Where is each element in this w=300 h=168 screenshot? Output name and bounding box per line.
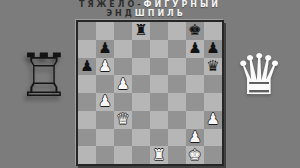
square-d1[interactable]: [132, 146, 150, 164]
square-a8[interactable]: [78, 22, 96, 40]
square-g7[interactable]: ♟: [186, 40, 204, 58]
square-b5[interactable]: [96, 75, 114, 93]
square-c8[interactable]: [114, 22, 132, 40]
black-piece-p-a6: ♟: [80, 59, 93, 74]
square-c1[interactable]: [114, 146, 132, 164]
black-piece-p-g7: ♟: [188, 41, 201, 56]
white-piece-p-b4: ♟: [98, 94, 111, 109]
square-c3[interactable]: ♛: [114, 111, 132, 129]
white-piece-r-e1: ♜: [152, 148, 165, 163]
black-piece-q-h6: ♛: [206, 59, 219, 74]
square-d2[interactable]: [132, 129, 150, 147]
square-a5[interactable]: [78, 75, 96, 93]
square-g3[interactable]: [186, 111, 204, 129]
square-e6[interactable]: [150, 58, 168, 76]
square-e3[interactable]: [150, 111, 168, 129]
square-h1[interactable]: [204, 146, 222, 164]
square-g1[interactable]: ♚: [186, 146, 204, 164]
square-g8[interactable]: ♚: [186, 22, 204, 40]
square-h8[interactable]: [204, 22, 222, 40]
square-b8[interactable]: [96, 22, 114, 40]
thumbnail-scene: ТЯЖЕЛО-ФИГУРНЫЙ ЭНДШПИЛЬ ♖ ♛ ♜♚♟♟♟♟♟♛♟♟♛…: [0, 0, 300, 168]
square-a7[interactable]: [78, 40, 96, 58]
square-b1[interactable]: [96, 146, 114, 164]
square-e8[interactable]: [150, 22, 168, 40]
square-d4[interactable]: [132, 93, 150, 111]
square-h7[interactable]: ♟: [204, 40, 222, 58]
white-piece-p-c5: ♟: [116, 77, 129, 92]
white-piece-q-c3: ♛: [116, 112, 129, 127]
black-piece-r-d8: ♜: [134, 23, 147, 38]
square-a2[interactable]: [78, 129, 96, 147]
square-a3[interactable]: [78, 111, 96, 129]
white-piece-p-g2: ♟: [188, 130, 201, 145]
square-g5[interactable]: [186, 75, 204, 93]
square-h3[interactable]: ♟: [204, 111, 222, 129]
square-g2[interactable]: ♟: [186, 129, 204, 147]
white-queen-icon: ♛: [234, 44, 284, 106]
square-f3[interactable]: [168, 111, 186, 129]
square-h2[interactable]: [204, 129, 222, 147]
square-e2[interactable]: [150, 129, 168, 147]
square-c4[interactable]: [114, 93, 132, 111]
black-rook-icon: ♖: [17, 42, 71, 108]
page-title: ТЯЖЕЛО-ФИГУРНЫЙ ЭНДШПИЛЬ: [0, 1, 300, 18]
square-d6[interactable]: [132, 58, 150, 76]
square-a4[interactable]: [78, 93, 96, 111]
square-e1[interactable]: ♜: [150, 146, 168, 164]
square-b3[interactable]: [96, 111, 114, 129]
title-line2-dark: ЭНД: [106, 9, 135, 18]
square-b4[interactable]: ♟: [96, 93, 114, 111]
white-piece-k-g1: ♚: [188, 148, 201, 163]
square-f6[interactable]: [168, 58, 186, 76]
white-piece-p-h3: ♟: [206, 112, 219, 127]
square-f2[interactable]: [168, 129, 186, 147]
square-f5[interactable]: [168, 75, 186, 93]
square-a1[interactable]: [78, 146, 96, 164]
square-f8[interactable]: [168, 22, 186, 40]
square-b2[interactable]: [96, 129, 114, 147]
black-piece-p-h7: ♟: [206, 41, 219, 56]
square-b6[interactable]: ♟: [96, 58, 114, 76]
square-f4[interactable]: [168, 93, 186, 111]
square-c6[interactable]: [114, 58, 132, 76]
black-piece-p-b7: ♟: [98, 41, 111, 56]
square-b7[interactable]: ♟: [96, 40, 114, 58]
square-c7[interactable]: [114, 40, 132, 58]
square-g6[interactable]: [186, 58, 204, 76]
white-piece-p-b6: ♟: [98, 59, 111, 74]
title-line-2: ЭНДШПИЛЬ: [0, 10, 300, 19]
black-piece-k-g8: ♚: [188, 23, 201, 38]
square-e7[interactable]: [150, 40, 168, 58]
square-a6[interactable]: ♟: [78, 58, 96, 76]
square-d5[interactable]: [132, 75, 150, 93]
title-line2-light: ШПИЛЬ: [135, 9, 186, 18]
square-d3[interactable]: [132, 111, 150, 129]
square-e5[interactable]: [150, 75, 168, 93]
square-d7[interactable]: [132, 40, 150, 58]
square-h6[interactable]: ♛: [204, 58, 222, 76]
square-c2[interactable]: [114, 129, 132, 147]
square-h4[interactable]: [204, 93, 222, 111]
square-d8[interactable]: ♜: [132, 22, 150, 40]
square-f7[interactable]: [168, 40, 186, 58]
square-g4[interactable]: [186, 93, 204, 111]
square-e4[interactable]: [150, 93, 168, 111]
chess-board: ♜♚♟♟♟♟♟♛♟♟♛♟♟♜♚: [76, 20, 224, 166]
square-h5[interactable]: [204, 75, 222, 93]
square-f1[interactable]: [168, 146, 186, 164]
square-c5[interactable]: ♟: [114, 75, 132, 93]
